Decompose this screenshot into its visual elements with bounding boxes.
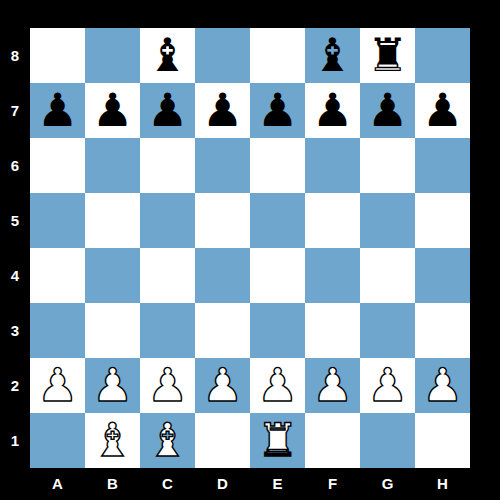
square-h6[interactable]: [415, 138, 470, 193]
square-b2[interactable]: ♟: [85, 358, 140, 413]
file-label-f: F: [305, 468, 360, 498]
square-f2[interactable]: ♟: [305, 358, 360, 413]
square-e1[interactable]: ♜: [250, 413, 305, 468]
square-b7[interactable]: ♟: [85, 83, 140, 138]
square-h7[interactable]: ♟: [415, 83, 470, 138]
file-label-a: A: [30, 468, 85, 498]
square-a8[interactable]: [30, 28, 85, 83]
square-e3[interactable]: [250, 303, 305, 358]
white-pawn-piece[interactable]: ♟: [422, 358, 463, 413]
square-d3[interactable]: [195, 303, 250, 358]
square-e5[interactable]: [250, 193, 305, 248]
rank-label-2: 2: [0, 358, 30, 413]
rank-label-1: 1: [0, 413, 30, 468]
file-label-g: G: [360, 468, 415, 498]
black-pawn-piece[interactable]: ♟: [202, 83, 243, 138]
rank-label-6: 6: [0, 138, 30, 193]
square-f1[interactable]: [305, 413, 360, 468]
square-f3[interactable]: [305, 303, 360, 358]
black-pawn-piece[interactable]: ♟: [37, 83, 78, 138]
square-g8[interactable]: ♜: [360, 28, 415, 83]
rank-labels: 87654321: [0, 28, 30, 468]
square-g5[interactable]: [360, 193, 415, 248]
square-d8[interactable]: [195, 28, 250, 83]
square-h2[interactable]: ♟: [415, 358, 470, 413]
square-h5[interactable]: [415, 193, 470, 248]
white-pawn-piece[interactable]: ♟: [147, 358, 188, 413]
square-e7[interactable]: ♟: [250, 83, 305, 138]
white-pawn-piece[interactable]: ♟: [92, 358, 133, 413]
black-rook-piece[interactable]: ♜: [367, 28, 408, 83]
square-c8[interactable]: ♝: [140, 28, 195, 83]
square-c2[interactable]: ♟: [140, 358, 195, 413]
square-a2[interactable]: ♟: [30, 358, 85, 413]
square-h3[interactable]: [415, 303, 470, 358]
square-c7[interactable]: ♟: [140, 83, 195, 138]
black-pawn-piece[interactable]: ♟: [257, 83, 298, 138]
black-bishop-piece[interactable]: ♝: [147, 28, 188, 83]
square-d2[interactable]: ♟: [195, 358, 250, 413]
file-label-b: B: [85, 468, 140, 498]
square-c1[interactable]: ♝: [140, 413, 195, 468]
square-a3[interactable]: [30, 303, 85, 358]
square-g3[interactable]: [360, 303, 415, 358]
white-bishop-piece[interactable]: ♝: [92, 413, 133, 468]
square-f7[interactable]: ♟: [305, 83, 360, 138]
square-d7[interactable]: ♟: [195, 83, 250, 138]
square-g7[interactable]: ♟: [360, 83, 415, 138]
black-pawn-piece[interactable]: ♟: [312, 83, 353, 138]
black-pawn-piece[interactable]: ♟: [147, 83, 188, 138]
square-h1[interactable]: [415, 413, 470, 468]
file-label-c: C: [140, 468, 195, 498]
rank-label-4: 4: [0, 248, 30, 303]
black-pawn-piece[interactable]: ♟: [92, 83, 133, 138]
square-a7[interactable]: ♟: [30, 83, 85, 138]
square-e2[interactable]: ♟: [250, 358, 305, 413]
white-bishop-piece[interactable]: ♝: [147, 413, 188, 468]
square-g6[interactable]: [360, 138, 415, 193]
square-b8[interactable]: [85, 28, 140, 83]
square-a6[interactable]: [30, 138, 85, 193]
square-h8[interactable]: [415, 28, 470, 83]
square-b5[interactable]: [85, 193, 140, 248]
square-f4[interactable]: [305, 248, 360, 303]
rank-label-7: 7: [0, 83, 30, 138]
black-pawn-piece[interactable]: ♟: [367, 83, 408, 138]
square-d4[interactable]: [195, 248, 250, 303]
rank-label-8: 8: [0, 28, 30, 83]
square-c4[interactable]: [140, 248, 195, 303]
square-f6[interactable]: [305, 138, 360, 193]
chess-diagram: 87654321 ♝♝♜♟♟♟♟♟♟♟♟♟♟♟♟♟♟♟♟♝♝♜ ABCDEFGH: [0, 0, 500, 500]
white-pawn-piece[interactable]: ♟: [37, 358, 78, 413]
black-pawn-piece[interactable]: ♟: [422, 83, 463, 138]
white-rook-piece[interactable]: ♜: [257, 413, 298, 468]
square-b1[interactable]: ♝: [85, 413, 140, 468]
square-e8[interactable]: [250, 28, 305, 83]
square-d6[interactable]: [195, 138, 250, 193]
square-g4[interactable]: [360, 248, 415, 303]
white-pawn-piece[interactable]: ♟: [367, 358, 408, 413]
square-f5[interactable]: [305, 193, 360, 248]
square-f8[interactable]: ♝: [305, 28, 360, 83]
square-e4[interactable]: [250, 248, 305, 303]
chess-board: ♝♝♜♟♟♟♟♟♟♟♟♟♟♟♟♟♟♟♟♝♝♜: [30, 28, 470, 468]
square-b3[interactable]: [85, 303, 140, 358]
square-c3[interactable]: [140, 303, 195, 358]
rank-label-5: 5: [0, 193, 30, 248]
square-a5[interactable]: [30, 193, 85, 248]
square-c6[interactable]: [140, 138, 195, 193]
square-c5[interactable]: [140, 193, 195, 248]
white-pawn-piece[interactable]: ♟: [202, 358, 243, 413]
white-pawn-piece[interactable]: ♟: [312, 358, 353, 413]
square-d1[interactable]: [195, 413, 250, 468]
white-pawn-piece[interactable]: ♟: [257, 358, 298, 413]
square-g2[interactable]: ♟: [360, 358, 415, 413]
rank-label-3: 3: [0, 303, 30, 358]
square-b6[interactable]: [85, 138, 140, 193]
file-label-d: D: [195, 468, 250, 498]
file-label-e: E: [250, 468, 305, 498]
square-a1[interactable]: [30, 413, 85, 468]
square-a4[interactable]: [30, 248, 85, 303]
file-labels: ABCDEFGH: [30, 468, 470, 498]
square-h4[interactable]: [415, 248, 470, 303]
square-b4[interactable]: [85, 248, 140, 303]
file-label-h: H: [415, 468, 470, 498]
black-bishop-piece[interactable]: ♝: [312, 28, 353, 83]
square-e6[interactable]: [250, 138, 305, 193]
square-g1[interactable]: [360, 413, 415, 468]
square-d5[interactable]: [195, 193, 250, 248]
